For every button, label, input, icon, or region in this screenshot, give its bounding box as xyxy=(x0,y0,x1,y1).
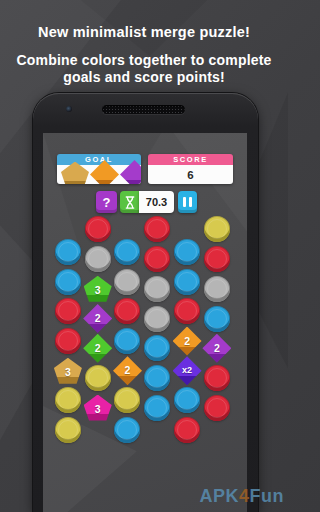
blue-circle[interactable] xyxy=(55,269,81,295)
score-value: 6 xyxy=(148,165,233,184)
board-cell[interactable]: x2 xyxy=(172,356,202,386)
board-cell[interactable] xyxy=(202,274,232,304)
piece-badge: 3 xyxy=(95,282,101,296)
board-cell[interactable] xyxy=(172,415,202,445)
red-circle[interactable] xyxy=(174,298,200,324)
red-circle[interactable] xyxy=(144,246,170,272)
promo-subtitle-line2: goals and score points! xyxy=(0,69,288,86)
red-circle[interactable] xyxy=(144,216,170,242)
goal-panel: GOAL +13 xyxy=(57,154,141,184)
help-button[interactable]: ? xyxy=(96,191,117,213)
board-cell[interactable] xyxy=(142,333,172,363)
blue-circle[interactable] xyxy=(114,239,140,265)
score-panel: SCORE 6 xyxy=(148,154,233,184)
board-column-6: 2 xyxy=(202,215,232,423)
purple-diamond-2[interactable]: 2 xyxy=(83,304,112,333)
board-column-4 xyxy=(142,215,172,423)
blue-circle[interactable] xyxy=(204,306,230,332)
watermark-4: 4 xyxy=(239,486,250,506)
board-column-2: 3223 xyxy=(83,215,113,423)
watermark-fun: Fun xyxy=(250,486,285,506)
gray-circle[interactable] xyxy=(114,269,140,295)
orange-diamond-2[interactable]: 2 xyxy=(173,327,202,356)
board-cell[interactable]: 2 xyxy=(83,333,113,363)
blue-circle[interactable] xyxy=(174,239,200,265)
blue-circle[interactable] xyxy=(174,269,200,295)
piece-badge: 2 xyxy=(95,313,101,324)
hourglass-button[interactable] xyxy=(120,191,139,213)
board-cell[interactable] xyxy=(202,304,232,334)
promo-subtitle: Combine colors together to complete goal… xyxy=(0,52,288,85)
promo-headline: New minimalist merge puzzle! xyxy=(0,24,288,40)
board-cell[interactable]: 3 xyxy=(83,393,113,423)
hourglass-icon xyxy=(125,196,135,209)
board-cell[interactable] xyxy=(53,386,83,416)
green-diamond-2[interactable]: 2 xyxy=(83,334,112,363)
board-cell[interactable]: 3 xyxy=(53,356,83,386)
timer-display: 70.3 xyxy=(139,191,174,213)
board-cell[interactable] xyxy=(142,363,172,393)
board-cell[interactable]: 2 xyxy=(172,326,202,356)
board-cell[interactable]: 2 xyxy=(202,333,232,363)
purple-diamond-2[interactable]: 2 xyxy=(202,334,231,363)
watermark-apk: APK xyxy=(199,486,239,506)
indigo-diamond-x2[interactable]: x2 xyxy=(173,356,202,385)
pause-icon xyxy=(183,197,186,207)
red-circle[interactable] xyxy=(204,246,230,272)
goal-tan-pentagon-icon xyxy=(61,162,89,185)
piece-badge: 2 xyxy=(184,336,190,347)
red-circle[interactable] xyxy=(204,395,230,421)
goal-header: GOAL xyxy=(57,154,141,165)
board-cell[interactable] xyxy=(202,363,232,393)
blue-circle[interactable] xyxy=(114,328,140,354)
board-cell[interactable] xyxy=(113,415,143,445)
yellow-circle[interactable] xyxy=(114,387,140,413)
board-column-3: 2 xyxy=(113,237,143,445)
promo-subtitle-line1: Combine colors together to complete xyxy=(0,52,288,69)
front-camera-icon xyxy=(66,106,72,112)
speaker-grille xyxy=(102,105,185,114)
score-header: SCORE xyxy=(148,154,233,165)
blue-circle[interactable] xyxy=(144,395,170,421)
board-cell[interactable] xyxy=(202,393,232,423)
red-circle[interactable] xyxy=(174,417,200,443)
board-cell[interactable]: 3 xyxy=(83,274,113,304)
piece-badge: 2 xyxy=(214,343,220,354)
page: { "promo": { "line1": "New minimalist me… xyxy=(0,0,288,512)
board-cell[interactable]: 2 xyxy=(83,304,113,334)
gray-circle[interactable] xyxy=(85,246,111,272)
board-column-5: 2x2 xyxy=(172,237,202,445)
blue-circle[interactable] xyxy=(174,387,200,413)
blue-circle[interactable] xyxy=(114,417,140,443)
board-cell[interactable] xyxy=(172,267,202,297)
board-cell[interactable] xyxy=(202,215,232,245)
watermark: APK4Fun xyxy=(199,486,284,507)
pause-icon xyxy=(189,197,192,207)
red-circle[interactable] xyxy=(85,216,111,242)
board-cell[interactable] xyxy=(172,296,202,326)
red-circle[interactable] xyxy=(114,298,140,324)
board-cell[interactable] xyxy=(142,215,172,245)
phone-frame: GOAL +13 SCORE 6 ? 70.3 3322322x22 xyxy=(33,93,258,512)
piece-badge: 3 xyxy=(95,401,101,415)
magenta-pentagon-3[interactable]: 3 xyxy=(84,395,112,421)
board-cell[interactable] xyxy=(113,326,143,356)
piece-badge: 2 xyxy=(125,365,131,376)
green-pentagon-3[interactable]: 3 xyxy=(84,276,112,302)
board-cell[interactable] xyxy=(113,237,143,267)
tan-pentagon-3[interactable]: 3 xyxy=(54,358,82,384)
gray-circle[interactable] xyxy=(204,276,230,302)
yellow-circle[interactable] xyxy=(85,365,111,391)
yellow-circle[interactable] xyxy=(204,216,230,242)
board-cell[interactable] xyxy=(53,237,83,267)
piece-badge: x2 xyxy=(182,366,192,375)
board-cell[interactable] xyxy=(142,304,172,334)
board-cell[interactable] xyxy=(83,244,113,274)
board-cell[interactable] xyxy=(83,363,113,393)
board-cell[interactable]: 2 xyxy=(113,356,143,386)
piece-badge: 2 xyxy=(95,343,101,354)
board-cell[interactable] xyxy=(53,326,83,356)
board-cell[interactable] xyxy=(113,386,143,416)
piece-badge: 3 xyxy=(65,364,71,378)
board-cell[interactable] xyxy=(172,237,202,267)
red-circle[interactable] xyxy=(55,298,81,324)
yellow-circle[interactable] xyxy=(55,387,81,413)
board-cell[interactable] xyxy=(142,274,172,304)
red-circle[interactable] xyxy=(204,365,230,391)
yellow-circle[interactable] xyxy=(55,417,81,443)
blue-circle[interactable] xyxy=(144,365,170,391)
board-cell[interactable] xyxy=(53,415,83,445)
blue-circle[interactable] xyxy=(55,239,81,265)
pause-button[interactable] xyxy=(178,191,197,213)
gray-circle[interactable] xyxy=(144,306,170,332)
board-cell[interactable] xyxy=(83,215,113,245)
gray-circle[interactable] xyxy=(144,276,170,302)
board-cell[interactable] xyxy=(172,386,202,416)
red-circle[interactable] xyxy=(55,328,81,354)
board-cell[interactable] xyxy=(53,296,83,326)
board-cell[interactable] xyxy=(113,296,143,326)
blue-circle[interactable] xyxy=(144,335,170,361)
board-cell[interactable] xyxy=(142,244,172,274)
board-column-1: 3 xyxy=(53,237,83,445)
board-cell[interactable] xyxy=(202,244,232,274)
board-cell[interactable] xyxy=(113,267,143,297)
goal-items: +13 xyxy=(57,165,141,184)
board-cell[interactable] xyxy=(53,267,83,297)
orange-diamond-2[interactable]: 2 xyxy=(113,356,142,385)
board-cell[interactable] xyxy=(142,393,172,423)
game-screen: GOAL +13 SCORE 6 ? 70.3 3322322x22 xyxy=(43,133,247,512)
board: 3322322x22 xyxy=(53,215,232,447)
